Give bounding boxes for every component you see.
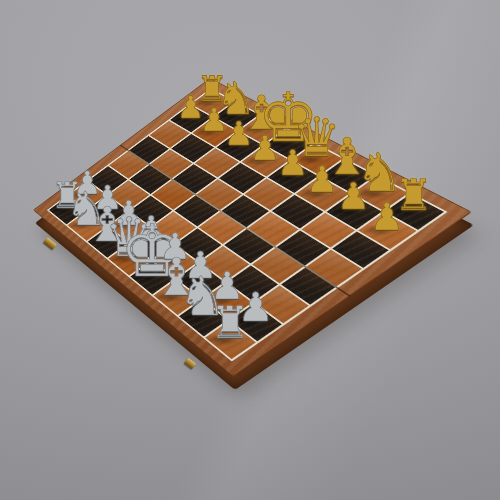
photograph: ♜♞♝♚♛♝♞♜♟♟♟♟♟♟♟♟♟♟♟♟♟♟♟♟♜♞♝♛♚♝♞♜ <box>0 0 500 500</box>
